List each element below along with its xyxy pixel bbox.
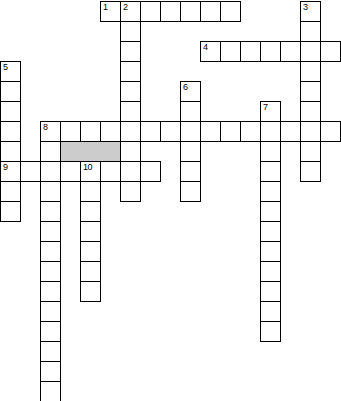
cell[interactable] (320, 121, 341, 142)
cell[interactable] (260, 201, 281, 222)
cell[interactable] (160, 1, 181, 22)
cell[interactable] (0, 141, 21, 162)
cell[interactable] (180, 141, 201, 162)
cell[interactable] (40, 301, 61, 322)
cell[interactable] (40, 341, 61, 362)
cell[interactable] (100, 121, 121, 142)
cell[interactable] (260, 41, 281, 62)
cell[interactable] (220, 1, 241, 22)
cell[interactable]: 6 (180, 81, 201, 102)
cell[interactable]: 1 (100, 1, 121, 22)
cell[interactable] (260, 241, 281, 262)
cell[interactable] (180, 181, 201, 202)
cell[interactable] (140, 161, 161, 182)
shaded-region (60, 141, 121, 162)
cell[interactable]: 4 (200, 41, 221, 62)
cell[interactable] (300, 121, 321, 142)
cell[interactable] (0, 121, 21, 142)
cell[interactable] (20, 161, 41, 182)
cell[interactable] (180, 1, 201, 22)
cell[interactable] (80, 221, 101, 242)
cell[interactable]: 10 (80, 161, 101, 182)
cell[interactable] (40, 321, 61, 342)
cell[interactable] (260, 321, 281, 342)
cell[interactable] (300, 61, 321, 82)
cell[interactable] (280, 121, 301, 142)
cell[interactable] (260, 121, 281, 142)
cell[interactable] (40, 201, 61, 222)
cell[interactable] (80, 181, 101, 202)
cell[interactable] (300, 41, 321, 62)
cell[interactable] (120, 181, 141, 202)
cell[interactable] (220, 121, 241, 142)
clue-number: 10 (83, 163, 92, 171)
clue-number: 1 (103, 3, 108, 11)
cell[interactable] (0, 101, 21, 122)
cell[interactable] (40, 161, 61, 182)
cell[interactable] (260, 161, 281, 182)
cell[interactable] (120, 121, 141, 142)
cell[interactable] (0, 81, 21, 102)
cell[interactable]: 3 (300, 1, 321, 22)
cell[interactable] (280, 41, 301, 62)
cell[interactable] (80, 281, 101, 302)
crossword-board: 12345678910 (0, 1, 341, 401)
cell[interactable] (260, 221, 281, 242)
cell[interactable] (180, 161, 201, 182)
cell[interactable] (120, 21, 141, 42)
cell[interactable] (0, 201, 21, 222)
cell[interactable] (60, 161, 81, 182)
cell[interactable]: 8 (40, 121, 61, 142)
clue-number: 4 (203, 43, 208, 51)
cell[interactable] (240, 121, 261, 142)
cell[interactable] (40, 241, 61, 262)
cell[interactable]: 2 (120, 1, 141, 22)
cell[interactable] (40, 281, 61, 302)
cell[interactable]: 9 (0, 161, 21, 182)
clue-number: 2 (123, 3, 128, 11)
cell[interactable] (200, 1, 221, 22)
cell[interactable] (140, 1, 161, 22)
cell[interactable] (40, 181, 61, 202)
cell[interactable]: 5 (0, 61, 21, 82)
cell[interactable] (40, 381, 61, 401)
clue-number: 7 (263, 103, 268, 111)
cell[interactable] (240, 41, 261, 62)
cell[interactable] (40, 361, 61, 382)
cell[interactable] (300, 21, 321, 42)
cell[interactable] (140, 121, 161, 142)
clue-number: 9 (3, 163, 8, 171)
cell[interactable] (320, 41, 341, 62)
cell[interactable]: 7 (260, 101, 281, 122)
cell[interactable] (40, 261, 61, 282)
cell[interactable] (200, 121, 221, 142)
cell[interactable] (180, 121, 201, 142)
cell[interactable] (260, 281, 281, 302)
cell[interactable] (80, 201, 101, 222)
cell[interactable] (260, 301, 281, 322)
cell[interactable] (120, 101, 141, 122)
cell[interactable] (40, 221, 61, 242)
cell[interactable] (80, 121, 101, 142)
cell[interactable] (120, 161, 141, 182)
cell[interactable] (260, 181, 281, 202)
clue-number: 5 (3, 63, 8, 71)
cell[interactable] (120, 81, 141, 102)
cell[interactable] (80, 241, 101, 262)
cell[interactable] (60, 121, 81, 142)
cell[interactable] (220, 41, 241, 62)
cell[interactable] (120, 61, 141, 82)
cell[interactable] (300, 161, 321, 182)
cell[interactable] (100, 161, 121, 182)
cell[interactable] (300, 141, 321, 162)
clue-number: 8 (43, 123, 48, 131)
cell[interactable] (300, 81, 321, 102)
clue-number: 6 (183, 83, 188, 91)
cell[interactable] (260, 141, 281, 162)
cell[interactable] (40, 141, 61, 162)
cell[interactable] (120, 41, 141, 62)
cell[interactable] (300, 101, 321, 122)
cell[interactable] (180, 101, 201, 122)
cell[interactable] (120, 141, 141, 162)
cell[interactable] (80, 261, 101, 282)
cell[interactable] (0, 181, 21, 202)
cell[interactable] (260, 261, 281, 282)
cell[interactable] (160, 121, 181, 142)
clue-number: 3 (303, 3, 308, 11)
